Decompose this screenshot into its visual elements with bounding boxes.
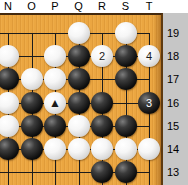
stone-white-T14[interactable] <box>138 138 160 160</box>
stone-white-Q19[interactable] <box>68 22 90 44</box>
triangle-mark: ▲ <box>44 92 66 114</box>
stone-white-N15[interactable] <box>0 115 19 137</box>
stone-black-O15[interactable] <box>21 115 43 137</box>
row-label-18: 18 <box>167 50 179 62</box>
stone-white-P17[interactable] <box>44 68 66 90</box>
column-label-R: R <box>98 0 106 13</box>
stone-black-O16[interactable] <box>21 92 43 114</box>
stone-white-O17[interactable] <box>21 68 43 90</box>
stone-white-N18[interactable] <box>0 45 19 67</box>
column-label-Q: Q <box>74 0 83 13</box>
stone-white-N16[interactable] <box>0 92 19 114</box>
row-coordinates-strip: 19181716151413 <box>163 13 188 185</box>
stone-black-Q18[interactable] <box>68 45 90 67</box>
row-label-17: 17 <box>167 73 179 85</box>
stone-white-S14[interactable] <box>115 138 137 160</box>
stone-white-P16[interactable]: ▲ <box>44 92 66 114</box>
stone-black-R13[interactable] <box>91 161 113 183</box>
column-label-N: N <box>4 0 12 13</box>
stone-white-Q14[interactable] <box>68 138 90 160</box>
stone-white-Q15[interactable] <box>68 115 90 137</box>
stone-white-T18[interactable]: 4 <box>138 45 160 67</box>
row-label-13: 13 <box>167 166 179 178</box>
column-label-O: O <box>27 0 36 13</box>
go-diagram: 24▲3 NOPQRST 19181716151413 <box>0 0 188 185</box>
stone-black-S15[interactable] <box>115 115 137 137</box>
column-label-T: T <box>146 0 153 13</box>
stone-white-R14[interactable] <box>91 138 113 160</box>
stone-black-T16[interactable]: 3 <box>138 92 160 114</box>
column-label-S: S <box>122 0 129 13</box>
stone-black-R16[interactable] <box>91 92 113 114</box>
stone-black-Q16[interactable] <box>68 92 90 114</box>
stone-black-O14[interactable] <box>21 138 43 160</box>
stone-black-N14[interactable] <box>0 138 19 160</box>
stone-black-S13[interactable] <box>115 161 137 183</box>
stone-white-P14[interactable] <box>44 138 66 160</box>
row-label-19: 19 <box>167 27 179 39</box>
move-number-label: 3 <box>138 92 160 114</box>
stone-black-N17[interactable] <box>0 68 19 90</box>
column-label-P: P <box>51 0 58 13</box>
stone-white-P18[interactable] <box>44 45 66 67</box>
stone-black-R15[interactable] <box>91 115 113 137</box>
stone-white-R18[interactable]: 2 <box>91 45 113 67</box>
stone-black-P15[interactable] <box>44 115 66 137</box>
stone-black-S18[interactable] <box>115 45 137 67</box>
stone-white-S19[interactable] <box>115 22 137 44</box>
move-number-label: 2 <box>91 45 113 67</box>
stone-black-Q17[interactable] <box>68 68 90 90</box>
row-label-15: 15 <box>167 120 179 132</box>
row-label-16: 16 <box>167 97 179 109</box>
stone-black-S17[interactable] <box>115 68 137 90</box>
column-coordinates-strip: NOPQRST <box>0 0 188 13</box>
move-number-label: 4 <box>138 45 160 67</box>
row-label-14: 14 <box>167 143 179 155</box>
go-board[interactable]: 24▲3 <box>0 13 163 185</box>
